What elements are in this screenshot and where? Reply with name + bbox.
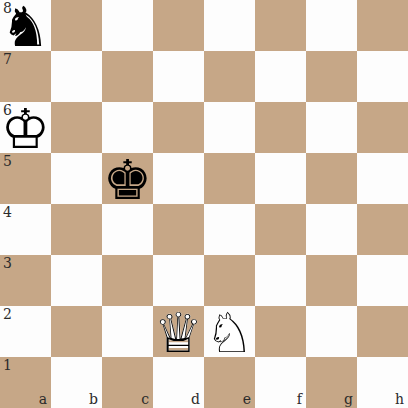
file-label-a: a [39,392,47,407]
square-f5[interactable] [255,153,306,204]
square-g6[interactable] [306,102,357,153]
white-queen-icon: ♕ [153,308,204,359]
square-e4[interactable] [204,204,255,255]
file-label-c: c [141,392,149,407]
square-e6[interactable] [204,102,255,153]
square-d8[interactable] [153,0,204,51]
chess-board: 8♞76♚♔5♚432♛♕♞♘1abcdefgh [0,0,408,408]
square-b2[interactable] [51,306,102,357]
square-d3[interactable] [153,255,204,306]
square-d2[interactable]: ♛♕ [153,306,204,357]
square-a5[interactable]: 5 [0,153,51,204]
square-a6[interactable]: 6♚♔ [0,102,51,153]
file-label-d: d [191,392,200,407]
white-king-icon: ♔ [0,104,51,155]
square-c4[interactable] [102,204,153,255]
square-h2[interactable] [357,306,408,357]
white-knight-icon: ♘ [204,308,255,359]
square-g7[interactable] [306,51,357,102]
rank-label-3: 3 [3,255,12,272]
file-label-g: g [344,392,353,407]
square-h7[interactable] [357,51,408,102]
rank-label-7: 7 [3,51,12,68]
square-e5[interactable] [204,153,255,204]
square-f4[interactable] [255,204,306,255]
square-e8[interactable] [204,0,255,51]
file-label-b: b [89,392,98,407]
file-label-f: f [297,392,302,407]
piece-black-knight-a8[interactable]: ♞ [0,2,51,53]
piece-white-queen-d2[interactable]: ♛♕ [153,308,204,359]
square-h3[interactable] [357,255,408,306]
square-a7[interactable]: 7 [0,51,51,102]
square-g5[interactable] [306,153,357,204]
chess-board-wrap: 8♞76♚♔5♚432♛♕♞♘1abcdefgh [0,0,408,408]
square-f3[interactable] [255,255,306,306]
square-c2[interactable] [102,306,153,357]
square-h1[interactable]: h [357,357,408,408]
square-h8[interactable] [357,0,408,51]
square-d7[interactable] [153,51,204,102]
square-f1[interactable]: f [255,357,306,408]
square-a4[interactable]: 4 [0,204,51,255]
square-b1[interactable]: b [51,357,102,408]
square-d1[interactable]: d [153,357,204,408]
square-f2[interactable] [255,306,306,357]
square-g3[interactable] [306,255,357,306]
rank-label-1: 1 [3,357,12,374]
square-b4[interactable] [51,204,102,255]
rank-label-4: 4 [3,204,12,221]
square-a3[interactable]: 3 [0,255,51,306]
square-d5[interactable] [153,153,204,204]
square-h6[interactable] [357,102,408,153]
square-c8[interactable] [102,0,153,51]
square-e7[interactable] [204,51,255,102]
square-f7[interactable] [255,51,306,102]
piece-black-king-c5[interactable]: ♚ [102,155,153,206]
square-h4[interactable] [357,204,408,255]
square-b5[interactable] [51,153,102,204]
square-e2[interactable]: ♞♘ [204,306,255,357]
square-c5[interactable]: ♚ [102,153,153,204]
square-f8[interactable] [255,0,306,51]
square-d4[interactable] [153,204,204,255]
square-g8[interactable] [306,0,357,51]
square-c3[interactable] [102,255,153,306]
square-g4[interactable] [306,204,357,255]
square-b3[interactable] [51,255,102,306]
square-a1[interactable]: 1a [0,357,51,408]
square-g1[interactable]: g [306,357,357,408]
square-c6[interactable] [102,102,153,153]
square-b6[interactable] [51,102,102,153]
square-h5[interactable] [357,153,408,204]
rank-label-2: 2 [3,306,12,323]
square-a2[interactable]: 2 [0,306,51,357]
square-c7[interactable] [102,51,153,102]
file-label-h: h [395,392,404,407]
square-d6[interactable] [153,102,204,153]
square-c1[interactable]: c [102,357,153,408]
piece-white-knight-e2[interactable]: ♞♘ [204,308,255,359]
square-f6[interactable] [255,102,306,153]
square-e1[interactable]: e [204,357,255,408]
square-a8[interactable]: 8♞ [0,0,51,51]
file-label-e: e [243,392,251,407]
rank-label-5: 5 [3,153,12,170]
square-b7[interactable] [51,51,102,102]
square-g2[interactable] [306,306,357,357]
square-b8[interactable] [51,0,102,51]
square-e3[interactable] [204,255,255,306]
piece-white-king-a6[interactable]: ♚♔ [0,104,51,155]
